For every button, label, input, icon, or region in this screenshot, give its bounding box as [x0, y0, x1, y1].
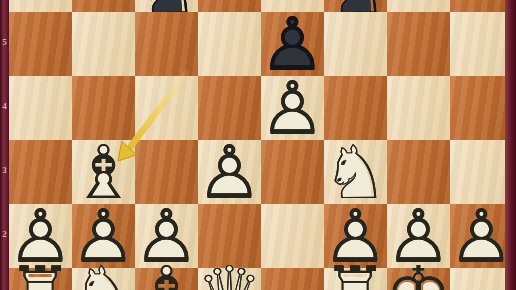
square-f6[interactable]: ♞♘ — [324, 0, 387, 12]
square-f5[interactable] — [324, 12, 387, 76]
rank-label-2: 2 — [0, 229, 9, 239]
square-h6[interactable] — [450, 0, 513, 12]
rank-label-4: 4 — [0, 101, 9, 111]
rank-label-5: 5 — [0, 37, 9, 47]
square-d5[interactable] — [198, 12, 261, 76]
square-e2[interactable] — [261, 204, 324, 268]
square-d3[interactable]: ♟♙ — [198, 140, 261, 204]
square-c1[interactable]: ♝♗ — [135, 268, 198, 290]
piece-white-rook-a1: ♜♖ — [9, 261, 72, 290]
piece-white-pawn-e4: ♟♙ — [261, 76, 324, 140]
square-e1[interactable] — [261, 268, 324, 290]
chess-board: ♞♘♞♘♟♙♟♙♝♗♟♙♞♘♟♙♟♙♟♙♟♙♟♙♟♙♜♖♞♘♝♗♛♕♜♖♚♔ — [9, 0, 513, 290]
square-c5[interactable] — [135, 12, 198, 76]
board-right-border — [505, 0, 516, 290]
piece-white-pawn-h2: ♟♙ — [450, 204, 513, 268]
piece-white-rook-f1: ♜♖ — [324, 261, 387, 290]
piece-white-king-g1: ♚♔ — [387, 261, 450, 290]
square-g4[interactable] — [387, 76, 450, 140]
square-d6[interactable] — [198, 0, 261, 12]
square-h2[interactable]: ♟♙ — [450, 204, 513, 268]
square-g1[interactable]: ♚♔ — [387, 268, 450, 290]
square-b5[interactable] — [72, 12, 135, 76]
square-c4[interactable] — [135, 76, 198, 140]
piece-white-queen-d1: ♛♕ — [198, 261, 261, 290]
square-d1[interactable]: ♛♕ — [198, 268, 261, 290]
square-a1[interactable]: ♜♖ — [9, 268, 72, 290]
square-a6[interactable] — [9, 0, 72, 12]
square-h1[interactable] — [450, 268, 513, 290]
square-h5[interactable] — [450, 12, 513, 76]
square-b1[interactable]: ♞♘ — [72, 268, 135, 290]
piece-white-bishop-c1: ♝♗ — [135, 261, 198, 290]
square-c6[interactable]: ♞♘ — [135, 0, 198, 12]
piece-white-knight-b1: ♞♘ — [72, 261, 135, 290]
square-f1[interactable]: ♜♖ — [324, 268, 387, 290]
rank-label-3: 3 — [0, 165, 9, 175]
square-b6[interactable] — [72, 0, 135, 12]
square-a5[interactable] — [9, 12, 72, 76]
square-g5[interactable] — [387, 12, 450, 76]
piece-white-pawn-d3: ♟♙ — [198, 140, 261, 204]
square-e3[interactable] — [261, 140, 324, 204]
square-e4[interactable]: ♟♙ — [261, 76, 324, 140]
chess-diagram: ♞♘♞♘♟♙♟♙♝♗♟♙♞♘♟♙♟♙♟♙♟♙♟♙♟♙♜♖♞♘♝♗♛♕♜♖♚♔ 5… — [0, 0, 516, 290]
square-a4[interactable] — [9, 76, 72, 140]
square-h4[interactable] — [450, 76, 513, 140]
board-left-border: 5 4 3 2 — [0, 0, 9, 290]
square-g6[interactable] — [387, 0, 450, 12]
